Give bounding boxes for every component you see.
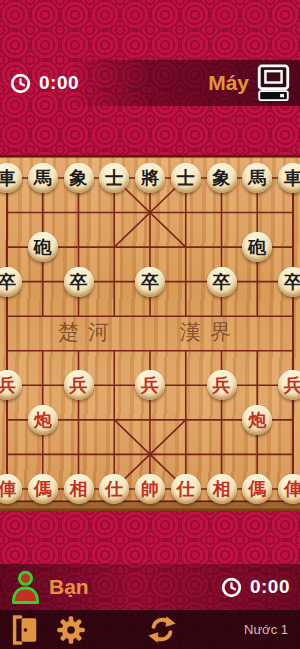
bottom-player-identity: Bạn xyxy=(10,569,89,606)
piece-red-相[interactable]: 相 xyxy=(207,474,237,504)
bottom-player-name: Bạn xyxy=(49,575,89,599)
piece-red-相[interactable]: 相 xyxy=(64,474,94,504)
piece-black-車[interactable]: 車 xyxy=(278,163,300,193)
person-icon xyxy=(10,569,41,606)
exit-button[interactable] xyxy=(12,615,38,645)
piece-black-象[interactable]: 象 xyxy=(64,163,94,193)
exit-door-icon xyxy=(12,615,38,645)
app-screen: 0:00 Máy 楚河 漢界 車馬象士將士象馬車砲砲卒卒卒卒卒兵兵兵兵兵炮炮俥傌… xyxy=(0,0,300,649)
river-label-right: 漢界 xyxy=(180,318,240,346)
piece-red-兵[interactable]: 兵 xyxy=(207,370,237,400)
top-player-clock-group: 0:00 xyxy=(10,72,79,94)
top-player-timer: 0:00 xyxy=(39,72,79,94)
computer-icon xyxy=(257,64,290,102)
piece-black-將[interactable]: 將 xyxy=(135,163,165,193)
piece-red-仕[interactable]: 仕 xyxy=(99,474,129,504)
xiangqi-board[interactable]: 楚河 漢界 車馬象士將士象馬車砲砲卒卒卒卒卒兵兵兵兵兵炮炮俥傌相仕帥仕相傌俥 xyxy=(0,155,300,511)
clock-icon xyxy=(221,577,242,598)
piece-black-砲[interactable]: 砲 xyxy=(28,232,58,262)
piece-red-傌[interactable]: 傌 xyxy=(242,474,272,504)
clock-icon xyxy=(10,73,31,94)
bottom-toolbar: Nước 1 xyxy=(0,610,300,649)
piece-red-俥[interactable]: 俥 xyxy=(278,474,300,504)
new-game-button[interactable] xyxy=(146,615,178,644)
gear-icon xyxy=(56,615,86,645)
top-player-name: Máy xyxy=(208,71,249,95)
settings-button[interactable] xyxy=(56,615,86,645)
piece-red-炮[interactable]: 炮 xyxy=(242,405,272,435)
board-grid xyxy=(0,155,300,511)
piece-black-卒[interactable]: 卒 xyxy=(278,267,300,297)
piece-red-兵[interactable]: 兵 xyxy=(64,370,94,400)
piece-red-傌[interactable]: 傌 xyxy=(28,474,58,504)
bottom-player-bar: Bạn 0:00 xyxy=(0,564,300,610)
bottom-player-clock-group: 0:00 xyxy=(221,576,290,598)
river-label-left: 楚河 xyxy=(58,318,118,346)
piece-black-卒[interactable]: 卒 xyxy=(135,267,165,297)
piece-black-士[interactable]: 士 xyxy=(171,163,201,193)
piece-black-馬[interactable]: 馬 xyxy=(28,163,58,193)
piece-black-象[interactable]: 象 xyxy=(207,163,237,193)
piece-red-炮[interactable]: 炮 xyxy=(28,405,58,435)
refresh-icon xyxy=(146,615,178,644)
move-counter: Nước 1 xyxy=(244,622,288,637)
bottom-player-timer: 0:00 xyxy=(250,576,290,598)
piece-red-仕[interactable]: 仕 xyxy=(171,474,201,504)
piece-black-卒[interactable]: 卒 xyxy=(64,267,94,297)
piece-red-帥[interactable]: 帥 xyxy=(135,474,165,504)
top-player-identity: Máy xyxy=(208,64,290,102)
piece-black-卒[interactable]: 卒 xyxy=(207,267,237,297)
top-player-bar: 0:00 Máy xyxy=(0,60,300,106)
